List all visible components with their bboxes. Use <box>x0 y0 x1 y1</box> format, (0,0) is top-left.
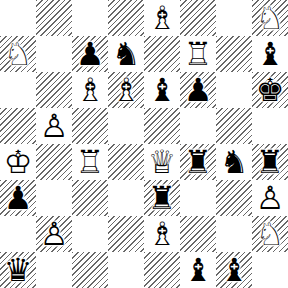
black-knight-piece: ♞ <box>108 36 144 72</box>
piece-outline-glyph: ♙ <box>40 218 69 250</box>
square-b5[interactable]: ♟♙ <box>36 108 72 144</box>
square-h6[interactable]: ♚ <box>252 72 288 108</box>
square-b1[interactable] <box>36 252 72 288</box>
square-c8[interactable] <box>72 0 108 36</box>
square-g8[interactable] <box>216 0 252 36</box>
square-d5[interactable] <box>108 108 144 144</box>
white-rook-piece: ♜♖ <box>72 144 108 180</box>
piece-outline-glyph: ♗ <box>112 74 141 106</box>
piece-outline-glyph: ♙ <box>40 110 69 142</box>
piece-outline-glyph: ♔ <box>4 146 33 178</box>
square-d6[interactable]: ♝♗ <box>108 72 144 108</box>
piece-outline-glyph: ♘ <box>256 2 285 34</box>
square-f6[interactable]: ♟ <box>180 72 216 108</box>
black-pawn-piece: ♟ <box>180 72 216 108</box>
square-c4[interactable]: ♜♖ <box>72 144 108 180</box>
square-h8[interactable]: ♞♘ <box>252 0 288 36</box>
square-b7[interactable] <box>36 36 72 72</box>
square-h4[interactable]: ♜ <box>252 144 288 180</box>
piece-fill-glyph: ♟ <box>184 74 213 106</box>
square-a6[interactable] <box>0 72 36 108</box>
square-e2[interactable]: ♝♗ <box>144 216 180 252</box>
white-pawn-piece: ♟♙ <box>252 180 288 216</box>
black-pawn-piece: ♟ <box>0 180 36 216</box>
piece-outline-glyph: ♕ <box>148 146 177 178</box>
square-g4[interactable]: ♞ <box>216 144 252 180</box>
piece-fill-glyph: ♛ <box>4 254 33 286</box>
white-bishop-piece: ♝♗ <box>72 72 108 108</box>
square-h7[interactable]: ♝ <box>252 36 288 72</box>
square-e1[interactable] <box>144 252 180 288</box>
white-pawn-piece: ♟♙ <box>36 108 72 144</box>
black-bishop-piece: ♝ <box>180 252 216 288</box>
white-knight-piece: ♞♘ <box>252 0 288 36</box>
piece-fill-glyph: ♟ <box>76 38 105 70</box>
chess-board: ♝♗♞♘♞♘♟♞♜♖♝♝♗♝♗♝♟♚♟♙♚♔♜♖♛♕♜♞♜♟♜♟♙♟♙♝♗♞♘♛… <box>0 0 288 288</box>
black-bishop-piece: ♝ <box>216 252 252 288</box>
square-c3[interactable] <box>72 180 108 216</box>
black-knight-piece: ♞ <box>216 144 252 180</box>
white-king-piece: ♚♔ <box>0 144 36 180</box>
piece-fill-glyph: ♜ <box>256 146 285 178</box>
square-b4[interactable] <box>36 144 72 180</box>
black-bishop-piece: ♝ <box>252 36 288 72</box>
square-h3[interactable]: ♟♙ <box>252 180 288 216</box>
square-e5[interactable] <box>144 108 180 144</box>
square-h2[interactable]: ♞♘ <box>252 216 288 252</box>
square-f3[interactable] <box>180 180 216 216</box>
piece-outline-glyph: ♗ <box>148 2 177 34</box>
square-h5[interactable] <box>252 108 288 144</box>
square-g3[interactable] <box>216 180 252 216</box>
square-b8[interactable] <box>36 0 72 36</box>
square-g5[interactable] <box>216 108 252 144</box>
piece-fill-glyph: ♚ <box>256 74 285 106</box>
white-rook-piece: ♜♖ <box>180 36 216 72</box>
square-f4[interactable]: ♜ <box>180 144 216 180</box>
square-h1[interactable] <box>252 252 288 288</box>
piece-outline-glyph: ♘ <box>4 38 33 70</box>
piece-fill-glyph: ♝ <box>256 38 285 70</box>
square-a4[interactable]: ♚♔ <box>0 144 36 180</box>
square-c1[interactable] <box>72 252 108 288</box>
square-c2[interactable] <box>72 216 108 252</box>
square-a1[interactable]: ♛ <box>0 252 36 288</box>
square-g1[interactable]: ♝ <box>216 252 252 288</box>
piece-fill-glyph: ♝ <box>148 74 177 106</box>
square-b2[interactable]: ♟♙ <box>36 216 72 252</box>
square-d1[interactable] <box>108 252 144 288</box>
square-e3[interactable]: ♜ <box>144 180 180 216</box>
piece-outline-glyph: ♙ <box>256 182 285 214</box>
black-queen-piece: ♛ <box>0 252 36 288</box>
piece-outline-glyph: ♘ <box>256 218 285 250</box>
piece-fill-glyph: ♟ <box>4 182 33 214</box>
white-queen-piece: ♛♕ <box>144 144 180 180</box>
piece-outline-glyph: ♖ <box>184 38 213 70</box>
piece-fill-glyph: ♜ <box>184 146 213 178</box>
black-king-piece: ♚ <box>252 72 288 108</box>
white-bishop-piece: ♝♗ <box>144 0 180 36</box>
square-b3[interactable] <box>36 180 72 216</box>
black-bishop-piece: ♝ <box>144 72 180 108</box>
black-rook-piece: ♜ <box>252 144 288 180</box>
square-a5[interactable] <box>0 108 36 144</box>
square-d7[interactable]: ♞ <box>108 36 144 72</box>
piece-fill-glyph: ♝ <box>184 254 213 286</box>
square-e8[interactable]: ♝♗ <box>144 0 180 36</box>
square-c5[interactable] <box>72 108 108 144</box>
square-a3[interactable]: ♟ <box>0 180 36 216</box>
square-g2[interactable] <box>216 216 252 252</box>
square-a2[interactable] <box>0 216 36 252</box>
square-d3[interactable] <box>108 180 144 216</box>
square-b6[interactable] <box>36 72 72 108</box>
square-d2[interactable] <box>108 216 144 252</box>
white-pawn-piece: ♟♙ <box>36 216 72 252</box>
piece-outline-glyph: ♖ <box>76 146 105 178</box>
square-f2[interactable] <box>180 216 216 252</box>
piece-fill-glyph: ♞ <box>220 146 249 178</box>
square-f1[interactable]: ♝ <box>180 252 216 288</box>
square-f8[interactable] <box>180 0 216 36</box>
square-e4[interactable]: ♛♕ <box>144 144 180 180</box>
piece-outline-glyph: ♗ <box>148 218 177 250</box>
square-a8[interactable] <box>0 0 36 36</box>
square-c6[interactable]: ♝♗ <box>72 72 108 108</box>
square-d8[interactable] <box>108 0 144 36</box>
black-rook-piece: ♜ <box>180 144 216 180</box>
square-e7[interactable] <box>144 36 180 72</box>
square-f5[interactable] <box>180 108 216 144</box>
black-pawn-piece: ♟ <box>72 36 108 72</box>
square-e6[interactable]: ♝ <box>144 72 180 108</box>
white-knight-piece: ♞♘ <box>252 216 288 252</box>
square-d4[interactable] <box>108 144 144 180</box>
piece-fill-glyph: ♞ <box>112 38 141 70</box>
square-a7[interactable]: ♞♘ <box>0 36 36 72</box>
piece-fill-glyph: ♜ <box>148 182 177 214</box>
white-knight-piece: ♞♘ <box>0 36 36 72</box>
white-bishop-piece: ♝♗ <box>108 72 144 108</box>
white-bishop-piece: ♝♗ <box>144 216 180 252</box>
square-g7[interactable] <box>216 36 252 72</box>
piece-fill-glyph: ♝ <box>220 254 249 286</box>
square-c7[interactable]: ♟ <box>72 36 108 72</box>
black-rook-piece: ♜ <box>144 180 180 216</box>
square-g6[interactable] <box>216 72 252 108</box>
square-f7[interactable]: ♜♖ <box>180 36 216 72</box>
piece-outline-glyph: ♗ <box>76 74 105 106</box>
